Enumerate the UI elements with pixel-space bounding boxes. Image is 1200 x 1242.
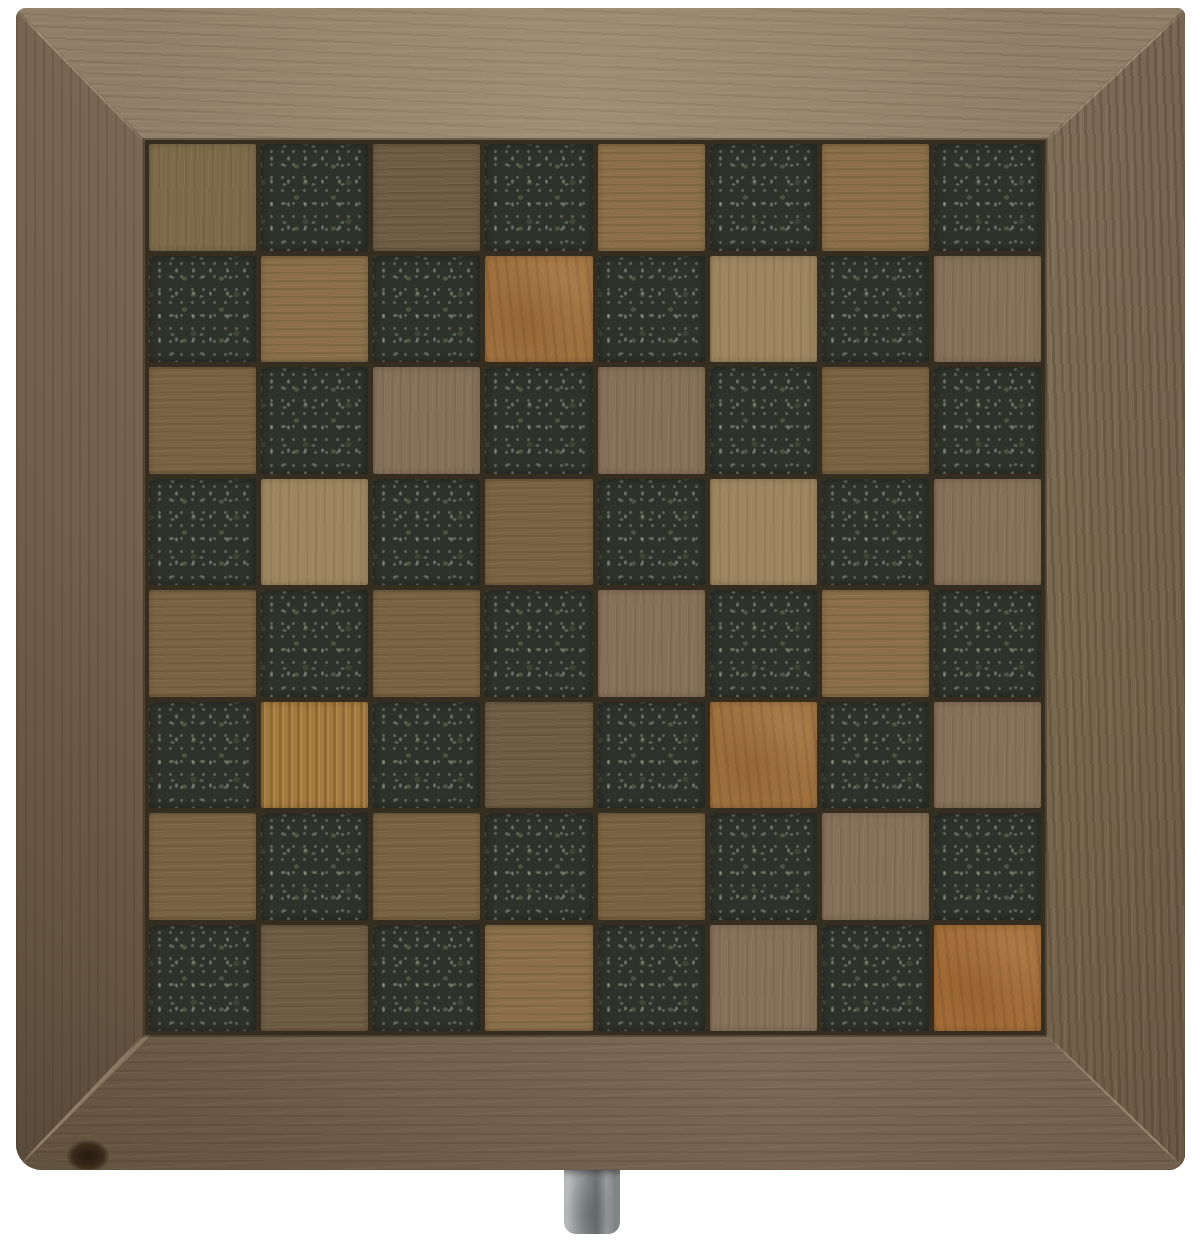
square-f7	[710, 256, 817, 363]
square-a5	[149, 479, 256, 586]
square-d3	[485, 702, 592, 809]
square-b4	[261, 590, 368, 697]
square-g6	[822, 367, 929, 474]
square-g1	[822, 925, 929, 1032]
square-d6	[485, 367, 592, 474]
square-c4	[373, 590, 480, 697]
square-e8	[598, 144, 705, 251]
chess-board	[16, 8, 1185, 1170]
square-a6	[149, 367, 256, 474]
square-f4	[710, 590, 817, 697]
square-b5	[261, 479, 368, 586]
square-h8	[934, 144, 1041, 251]
square-b6	[261, 367, 368, 474]
playing-area	[145, 140, 1045, 1035]
square-a1	[149, 925, 256, 1032]
square-g7	[822, 256, 929, 363]
square-a4	[149, 590, 256, 697]
square-f5	[710, 479, 817, 586]
square-c3	[373, 702, 480, 809]
square-c8	[373, 144, 480, 251]
square-h5	[934, 479, 1041, 586]
square-c2	[373, 813, 480, 920]
square-e7	[598, 256, 705, 363]
square-c6	[373, 367, 480, 474]
square-d8	[485, 144, 592, 251]
square-g5	[822, 479, 929, 586]
square-f2	[710, 813, 817, 920]
square-b3	[261, 702, 368, 809]
square-e4	[598, 590, 705, 697]
square-e6	[598, 367, 705, 474]
square-b7	[261, 256, 368, 363]
square-f1	[710, 925, 817, 1032]
square-e5	[598, 479, 705, 586]
square-c5	[373, 479, 480, 586]
square-f3	[710, 702, 817, 809]
square-g4	[822, 590, 929, 697]
square-h6	[934, 367, 1041, 474]
square-h7	[934, 256, 1041, 363]
square-d4	[485, 590, 592, 697]
square-h1	[934, 925, 1041, 1032]
square-d5	[485, 479, 592, 586]
square-g8	[822, 144, 929, 251]
square-a2	[149, 813, 256, 920]
square-h2	[934, 813, 1041, 920]
square-g3	[822, 702, 929, 809]
square-f8	[710, 144, 817, 251]
square-e1	[598, 925, 705, 1032]
square-b1	[261, 925, 368, 1032]
square-d7	[485, 256, 592, 363]
product-photo	[0, 0, 1200, 1242]
square-e3	[598, 702, 705, 809]
square-b2	[261, 813, 368, 920]
square-h4	[934, 590, 1041, 697]
square-b8	[261, 144, 368, 251]
square-a3	[149, 702, 256, 809]
square-f6	[710, 367, 817, 474]
square-e2	[598, 813, 705, 920]
square-d1	[485, 925, 592, 1032]
square-c7	[373, 256, 480, 363]
square-a8	[149, 144, 256, 251]
wood-knot	[67, 1140, 109, 1170]
square-a7	[149, 256, 256, 363]
metal-knob	[564, 1170, 620, 1234]
square-g2	[822, 813, 929, 920]
square-h3	[934, 702, 1041, 809]
square-d2	[485, 813, 592, 920]
square-c1	[373, 925, 480, 1032]
